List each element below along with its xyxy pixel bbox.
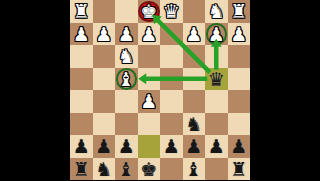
square-g6[interactable] <box>93 113 116 136</box>
square-d8[interactable] <box>160 158 183 181</box>
square-a1[interactable]: ♜ <box>228 0 251 23</box>
black-pawn: ♟ <box>228 135 251 158</box>
square-c7[interactable]: ♟ <box>183 135 206 158</box>
white-king: ♚ <box>138 0 161 23</box>
square-f5[interactable] <box>115 90 138 113</box>
square-h3[interactable] <box>70 45 93 68</box>
black-pawn: ♟ <box>115 135 138 158</box>
square-a7[interactable]: ♟ <box>228 135 251 158</box>
square-d4[interactable] <box>160 68 183 91</box>
black-pawn: ♟ <box>93 135 116 158</box>
white-knight: ♞ <box>205 0 228 23</box>
square-h4[interactable] <box>70 68 93 91</box>
black-pawn: ♟ <box>160 135 183 158</box>
square-h7[interactable]: ♟ <box>70 135 93 158</box>
square-b6[interactable] <box>205 113 228 136</box>
square-g7[interactable]: ♟ <box>93 135 116 158</box>
square-c5[interactable] <box>183 90 206 113</box>
square-a3[interactable] <box>228 45 251 68</box>
square-b3[interactable] <box>205 45 228 68</box>
square-g2[interactable]: ♟ <box>93 23 116 46</box>
black-pawn: ♟ <box>183 135 206 158</box>
square-b1[interactable]: ♞ <box>205 0 228 23</box>
square-f3[interactable]: ♞ <box>115 45 138 68</box>
black-bishop: ♝ <box>115 158 138 181</box>
square-b5[interactable] <box>205 90 228 113</box>
black-knight: ♞ <box>93 158 116 181</box>
white-pawn: ♟ <box>183 23 206 46</box>
square-d1[interactable]: ♛ <box>160 0 183 23</box>
chess-thumbnail-stage: ♜♚♛♞♜♟♟♟♟♟♟♟♞♝♛♟♞♟♟♟♟♟♟♟♜♞♝♚♝♜ <box>0 0 320 180</box>
square-f2[interactable]: ♟ <box>115 23 138 46</box>
square-d7[interactable]: ♟ <box>160 135 183 158</box>
square-b7[interactable]: ♟ <box>205 135 228 158</box>
white-rook: ♜ <box>70 0 93 23</box>
square-h5[interactable] <box>70 90 93 113</box>
white-pawn: ♟ <box>70 23 93 46</box>
square-e6[interactable] <box>138 113 161 136</box>
square-c1[interactable] <box>183 0 206 23</box>
white-pawn: ♟ <box>115 23 138 46</box>
square-d3[interactable] <box>160 45 183 68</box>
square-a8[interactable]: ♜ <box>228 158 251 181</box>
black-queen: ♛ <box>205 68 228 91</box>
black-king: ♚ <box>138 158 161 181</box>
white-pawn: ♟ <box>205 23 228 46</box>
white-rook: ♜ <box>228 0 251 23</box>
black-rook: ♜ <box>228 158 251 181</box>
square-f4[interactable]: ♝ <box>115 68 138 91</box>
square-b8[interactable] <box>205 158 228 181</box>
square-h8[interactable]: ♜ <box>70 158 93 181</box>
black-pawn: ♟ <box>205 135 228 158</box>
square-a5[interactable] <box>228 90 251 113</box>
black-knight: ♞ <box>183 113 206 136</box>
white-queen: ♛ <box>160 0 183 23</box>
square-d6[interactable] <box>160 113 183 136</box>
white-pawn: ♟ <box>228 23 251 46</box>
square-g5[interactable] <box>93 90 116 113</box>
square-f8[interactable]: ♝ <box>115 158 138 181</box>
black-bishop: ♝ <box>183 158 206 181</box>
square-g1[interactable] <box>93 0 116 23</box>
square-e1[interactable]: ♚ <box>138 0 161 23</box>
white-pawn: ♟ <box>138 23 161 46</box>
square-b2[interactable]: ♟ <box>205 23 228 46</box>
chess-board[interactable]: ♜♚♛♞♜♟♟♟♟♟♟♟♞♝♛♟♞♟♟♟♟♟♟♟♜♞♝♚♝♜ <box>70 0 250 180</box>
square-a4[interactable] <box>228 68 251 91</box>
square-f1[interactable] <box>115 0 138 23</box>
square-e2[interactable]: ♟ <box>138 23 161 46</box>
square-e8[interactable]: ♚ <box>138 158 161 181</box>
square-h1[interactable]: ♜ <box>70 0 93 23</box>
square-a6[interactable] <box>228 113 251 136</box>
square-g8[interactable]: ♞ <box>93 158 116 181</box>
white-bishop: ♝ <box>115 68 138 91</box>
square-h6[interactable] <box>70 113 93 136</box>
square-b4[interactable]: ♛ <box>205 68 228 91</box>
square-c6[interactable]: ♞ <box>183 113 206 136</box>
square-a2[interactable]: ♟ <box>228 23 251 46</box>
black-rook: ♜ <box>70 158 93 181</box>
square-c2[interactable]: ♟ <box>183 23 206 46</box>
white-pawn: ♟ <box>138 90 161 113</box>
square-f6[interactable] <box>115 113 138 136</box>
square-d2[interactable] <box>160 23 183 46</box>
white-pawn: ♟ <box>93 23 116 46</box>
square-g4[interactable] <box>93 68 116 91</box>
black-pawn: ♟ <box>70 135 93 158</box>
square-e7[interactable] <box>138 135 161 158</box>
square-c8[interactable]: ♝ <box>183 158 206 181</box>
square-c3[interactable] <box>183 45 206 68</box>
white-knight: ♞ <box>115 45 138 68</box>
square-f7[interactable]: ♟ <box>115 135 138 158</box>
square-h2[interactable]: ♟ <box>70 23 93 46</box>
square-e3[interactable] <box>138 45 161 68</box>
square-g3[interactable] <box>93 45 116 68</box>
square-e4[interactable] <box>138 68 161 91</box>
square-c4[interactable] <box>183 68 206 91</box>
square-e5[interactable]: ♟ <box>138 90 161 113</box>
square-d5[interactable] <box>160 90 183 113</box>
